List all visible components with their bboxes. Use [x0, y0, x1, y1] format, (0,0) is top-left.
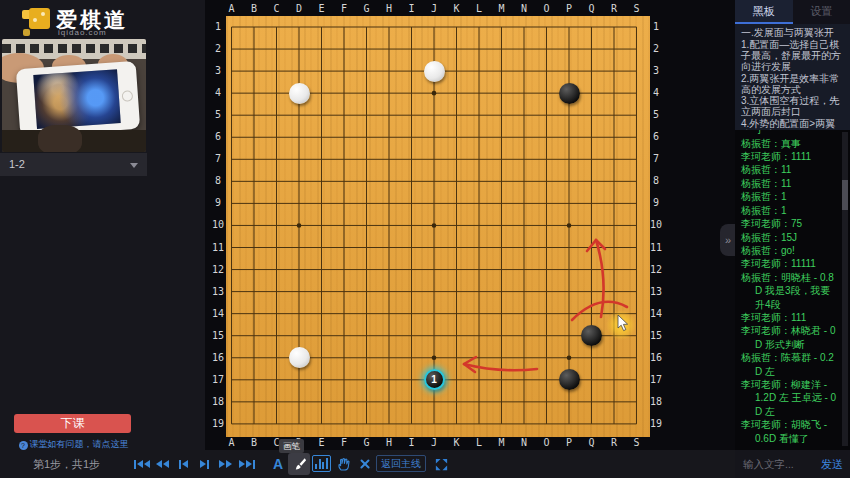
- playback-toolbar: A 返回主线: [130, 450, 735, 478]
- brush-icon: [292, 457, 307, 472]
- arm: [38, 125, 82, 152]
- stone-P4: [559, 83, 580, 104]
- row-label: 9: [211, 197, 225, 208]
- step-back-button[interactable]: [174, 454, 193, 474]
- app-window: 爱棋道 iqidao.com 1-2 下课 ?课堂如有问题，请点这里 第1步，共…: [0, 0, 850, 478]
- row-label: 18: [649, 396, 663, 407]
- col-label: O: [536, 3, 558, 14]
- logo-icon: [22, 8, 50, 36]
- end-class-button[interactable]: 下课: [14, 414, 131, 433]
- chat-message: 杨振哲：11: [741, 163, 838, 176]
- col-label: L: [468, 437, 490, 448]
- chat-message: 李珂老师：1111: [741, 150, 838, 163]
- chat-message: 李珂老师：111: [741, 311, 838, 324]
- col-label: K: [446, 437, 468, 448]
- col-label: J: [423, 437, 445, 448]
- stone-D16: [289, 347, 310, 368]
- logo: 爱棋道 iqidao.com: [12, 6, 202, 38]
- fast-back-button[interactable]: [153, 454, 172, 474]
- chat-message: 杨振哲：明晓桂 - 0.8D 我是3段，我要升4段: [741, 271, 838, 311]
- app-domain: iqidao.com: [58, 28, 107, 37]
- clear-tool-button[interactable]: [356, 454, 374, 474]
- row-label: 2: [649, 43, 663, 54]
- chevron-down-icon: [130, 163, 138, 168]
- chat-message: 李珂老师：柳建洋 - 1.2D 左 王卓远 - 0D 左: [741, 378, 838, 418]
- row-label: 11: [211, 242, 225, 253]
- note-line: 2.两翼张开是效率非常高的发展方式: [741, 74, 844, 96]
- row-label: 5: [211, 109, 225, 120]
- row-label: 12: [211, 264, 225, 275]
- hand-tool-button[interactable]: [334, 454, 354, 474]
- panel-collapse-handle[interactable]: »: [720, 224, 736, 256]
- board-area: AABBCCDDEEFFGGHHIIJJKKLLMMNNOOPPQQRRSS11…: [205, 0, 735, 450]
- stone-D4: [289, 83, 310, 104]
- col-label: E: [311, 3, 333, 14]
- row-label: 18: [211, 396, 225, 407]
- clip-selector[interactable]: 1-2: [0, 153, 147, 176]
- row-label: 8: [211, 175, 225, 186]
- col-label: K: [446, 3, 468, 14]
- teacher-video[interactable]: [2, 39, 146, 152]
- brush-tooltip: 画笔: [279, 439, 304, 453]
- text-tool-button[interactable]: A: [268, 454, 288, 474]
- help-text: 课堂如有问题，请点这里: [30, 439, 129, 449]
- chat-log[interactable]: 杨振哲：有两个块怎么办杨振哲：把其中一个棋粘上也点大了杨振哲：所以不让撞了杨振哲…: [735, 130, 850, 448]
- col-label: M: [491, 3, 513, 14]
- left-arrow: [464, 364, 537, 370]
- stone-P17: [559, 369, 580, 390]
- col-label: Q: [581, 3, 603, 14]
- send-button[interactable]: 发送: [821, 457, 843, 472]
- row-label: 17: [649, 374, 663, 385]
- phone: [16, 61, 140, 137]
- row-label: 4: [211, 87, 225, 98]
- hand-icon: [336, 456, 352, 472]
- row-label: 14: [211, 308, 225, 319]
- question-icon: ?: [19, 441, 28, 450]
- sidebar: 爱棋道 iqidao.com 1-2 下课 ?课堂如有问题，请点这里 第1步，共…: [0, 0, 205, 478]
- tab-blackboard[interactable]: 黑板: [735, 0, 793, 24]
- col-label: D: [288, 3, 310, 14]
- up-arrow: [596, 240, 604, 317]
- note-line: 4.外势的配置面>两翼张开>守角的配置面>屈位两翼张开: [741, 119, 844, 130]
- fullscreen-button[interactable]: [430, 454, 452, 474]
- col-label: P: [558, 3, 580, 14]
- col-label: J: [423, 3, 445, 14]
- chat-message: 杨振哲：1: [741, 190, 838, 203]
- row-label: 19: [211, 418, 225, 429]
- row-label: 6: [649, 131, 663, 142]
- col-label: O: [536, 437, 558, 448]
- col-label: B: [243, 437, 265, 448]
- step-status: 第1步，共1步: [0, 457, 133, 472]
- tab-bar: 黑板 设置: [735, 0, 850, 24]
- help-link[interactable]: ?课堂如有问题，请点这里: [0, 438, 147, 451]
- clip-selector-value: 1-2: [9, 158, 25, 170]
- col-label: L: [468, 3, 490, 14]
- col-label: G: [356, 3, 378, 14]
- col-label: Q: [581, 437, 603, 448]
- chat-message: 杨振哲：陈慕群 - 0.2D 左: [741, 351, 838, 378]
- return-mainline-button[interactable]: 返回主线: [376, 455, 426, 472]
- row-label: 5: [649, 109, 663, 120]
- col-label: H: [378, 3, 400, 14]
- row-label: 14: [649, 308, 663, 319]
- chat-message: 李珂老师：11111: [741, 257, 838, 270]
- row-label: 6: [211, 131, 225, 142]
- col-label: R: [603, 3, 625, 14]
- stone-J17: 1: [424, 369, 445, 390]
- row-label: 7: [211, 153, 225, 164]
- chart-tool-button[interactable]: [312, 455, 331, 472]
- row-label: 13: [649, 286, 663, 297]
- col-label: P: [558, 437, 580, 448]
- row-label: 4: [649, 87, 663, 98]
- brush-tool-button[interactable]: [288, 453, 310, 475]
- col-label: G: [356, 437, 378, 448]
- row-label: 7: [649, 153, 663, 164]
- row-label: 2: [211, 43, 225, 54]
- col-label: C: [266, 3, 288, 14]
- chat-input[interactable]: 输入文字...: [743, 458, 794, 472]
- col-label: H: [378, 437, 400, 448]
- col-label: M: [491, 437, 513, 448]
- chat-message: 杨振哲：go!: [741, 244, 838, 257]
- col-label: I: [401, 3, 423, 14]
- row-label: 16: [211, 352, 225, 363]
- right-panel: 黑板 设置 一.发展面与两翼张开1.配置面—选择自己棋子最高，舒展最开的方向进行…: [735, 0, 850, 478]
- row-label: 9: [649, 197, 663, 208]
- lesson-notes: 一.发展面与两翼张开1.配置面—选择自己棋子最高，舒展最开的方向进行发展2.两翼…: [735, 24, 850, 130]
- row-label: 3: [211, 65, 225, 76]
- col-label: S: [626, 437, 648, 448]
- chat-message: 李珂老师：75: [741, 217, 838, 230]
- row-label: 13: [211, 286, 225, 297]
- row-label: 11: [649, 242, 663, 253]
- note-line: 3.立体围空有过程，先立两面后封口: [741, 96, 844, 118]
- col-label: F: [333, 3, 355, 14]
- chat-message: 杨振哲：15J: [741, 231, 838, 244]
- col-label: B: [243, 3, 265, 14]
- row-label: 15: [211, 330, 225, 341]
- fast-forward-button[interactable]: [216, 454, 235, 474]
- fullscreen-icon: [434, 457, 449, 472]
- chat-scrollbar-thumb[interactable]: [842, 180, 848, 210]
- note-line: 一.发展面与两翼张开: [741, 28, 844, 39]
- phone-home-button: [122, 90, 134, 102]
- row-label: 15: [649, 330, 663, 341]
- stone-J3: [424, 61, 445, 82]
- phone-screen: [33, 69, 121, 129]
- chat-message: 杨振哲：真事: [741, 137, 838, 150]
- row-label: 1: [649, 21, 663, 32]
- col-label: F: [333, 437, 355, 448]
- chat-input-bar: 输入文字... 发送: [735, 450, 850, 478]
- col-label: S: [626, 3, 648, 14]
- row-label: 10: [649, 219, 663, 230]
- row-label: 17: [211, 374, 225, 385]
- move-number: 1: [426, 371, 443, 388]
- row-label: 19: [649, 418, 663, 429]
- row-label: 10: [211, 219, 225, 230]
- chat-message: 李珂老师：林晓君 - 0D 形式判断: [741, 324, 838, 351]
- row-label: 1: [211, 21, 225, 32]
- jump-start-button[interactable]: [132, 454, 151, 474]
- row-label: 3: [649, 65, 663, 76]
- col-label: E: [311, 437, 333, 448]
- row-label: 16: [649, 352, 663, 363]
- chat-message: 杨振哲：11: [741, 177, 838, 190]
- jump-end-button[interactable]: [237, 454, 256, 474]
- tab-settings[interactable]: 设置: [793, 0, 850, 24]
- col-label: N: [513, 3, 535, 14]
- col-label: A: [221, 437, 243, 448]
- note-line: 1.配置面—选择自己棋子最高，舒展最开的方向进行发展: [741, 40, 844, 73]
- chat-message: 杨振哲：所以不让撞了: [741, 130, 838, 137]
- col-label: I: [401, 437, 423, 448]
- col-label: R: [603, 437, 625, 448]
- row-label: 12: [649, 264, 663, 275]
- chat-message: 李珂老师：胡晓飞 - 0.6D 看懂了: [741, 418, 838, 445]
- chat-message: 杨振哲：1: [741, 204, 838, 217]
- col-label: N: [513, 437, 535, 448]
- step-forward-button[interactable]: [195, 454, 214, 474]
- row-label: 8: [649, 175, 663, 186]
- col-label: A: [221, 3, 243, 14]
